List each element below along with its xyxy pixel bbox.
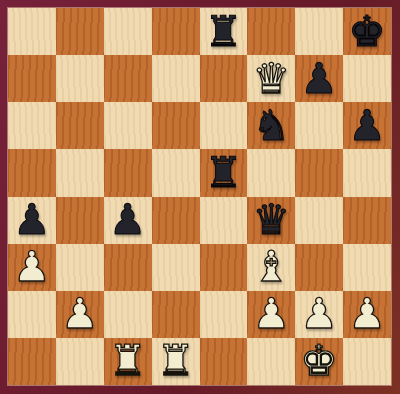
square-d4[interactable] [152, 197, 200, 244]
white-queen: ♛ [252, 58, 290, 100]
black-pawn: ♟ [300, 58, 338, 100]
square-b3[interactable] [56, 244, 104, 291]
black-king: ♚ [348, 11, 386, 53]
chess-board: ♜♚♛♟♞♟♜♟♟♛♟♝♟♟♟♟♜♜♚ [8, 8, 391, 385]
square-b8[interactable] [56, 8, 104, 55]
square-h7[interactable] [343, 55, 391, 102]
square-f5[interactable] [247, 149, 295, 196]
square-e3[interactable] [200, 244, 248, 291]
white-pawn: ♟ [300, 293, 338, 335]
square-g6[interactable] [295, 102, 343, 149]
square-f1[interactable] [247, 338, 295, 385]
square-f4[interactable]: ♛ [247, 197, 295, 244]
square-e6[interactable] [200, 102, 248, 149]
square-a5[interactable] [8, 149, 56, 196]
square-b6[interactable] [56, 102, 104, 149]
square-f8[interactable] [247, 8, 295, 55]
square-a1[interactable] [8, 338, 56, 385]
square-d7[interactable] [152, 55, 200, 102]
white-pawn: ♟ [61, 293, 99, 335]
square-a8[interactable] [8, 8, 56, 55]
square-g1[interactable]: ♚ [295, 338, 343, 385]
white-pawn: ♟ [348, 293, 386, 335]
square-c6[interactable] [104, 102, 152, 149]
square-h4[interactable] [343, 197, 391, 244]
square-c5[interactable] [104, 149, 152, 196]
square-c2[interactable] [104, 291, 152, 338]
square-c3[interactable] [104, 244, 152, 291]
white-bishop: ♝ [252, 246, 290, 288]
black-pawn: ♟ [109, 199, 147, 241]
white-rook: ♜ [109, 340, 147, 382]
square-c7[interactable] [104, 55, 152, 102]
square-f3[interactable]: ♝ [247, 244, 295, 291]
square-a6[interactable] [8, 102, 56, 149]
square-d8[interactable] [152, 8, 200, 55]
square-b5[interactable] [56, 149, 104, 196]
white-king: ♚ [300, 340, 338, 382]
square-h3[interactable] [343, 244, 391, 291]
square-g7[interactable]: ♟ [295, 55, 343, 102]
square-g4[interactable] [295, 197, 343, 244]
square-g5[interactable] [295, 149, 343, 196]
square-b2[interactable]: ♟ [56, 291, 104, 338]
square-d6[interactable] [152, 102, 200, 149]
board-frame: ♜♚♛♟♞♟♜♟♟♛♟♝♟♟♟♟♜♜♚ [0, 0, 400, 394]
black-rook: ♜ [205, 11, 243, 53]
square-e1[interactable] [200, 338, 248, 385]
square-g2[interactable]: ♟ [295, 291, 343, 338]
square-h8[interactable]: ♚ [343, 8, 391, 55]
black-knight: ♞ [252, 105, 290, 147]
square-h1[interactable] [343, 338, 391, 385]
square-c1[interactable]: ♜ [104, 338, 152, 385]
black-pawn: ♟ [348, 105, 386, 147]
square-a7[interactable] [8, 55, 56, 102]
square-c8[interactable] [104, 8, 152, 55]
square-g8[interactable] [295, 8, 343, 55]
square-a3[interactable]: ♟ [8, 244, 56, 291]
black-pawn: ♟ [13, 199, 51, 241]
square-e4[interactable] [200, 197, 248, 244]
square-f6[interactable]: ♞ [247, 102, 295, 149]
square-a2[interactable] [8, 291, 56, 338]
square-b1[interactable] [56, 338, 104, 385]
black-rook: ♜ [205, 152, 243, 194]
square-b7[interactable] [56, 55, 104, 102]
square-h5[interactable] [343, 149, 391, 196]
square-h2[interactable]: ♟ [343, 291, 391, 338]
square-e2[interactable] [200, 291, 248, 338]
square-e5[interactable]: ♜ [200, 149, 248, 196]
white-pawn: ♟ [252, 293, 290, 335]
square-c4[interactable]: ♟ [104, 197, 152, 244]
square-f2[interactable]: ♟ [247, 291, 295, 338]
square-e8[interactable]: ♜ [200, 8, 248, 55]
square-d2[interactable] [152, 291, 200, 338]
square-e7[interactable] [200, 55, 248, 102]
square-f7[interactable]: ♛ [247, 55, 295, 102]
square-h6[interactable]: ♟ [343, 102, 391, 149]
square-a4[interactable]: ♟ [8, 197, 56, 244]
black-queen: ♛ [252, 199, 290, 241]
square-d3[interactable] [152, 244, 200, 291]
white-pawn: ♟ [13, 246, 51, 288]
white-rook: ♜ [157, 340, 195, 382]
square-d5[interactable] [152, 149, 200, 196]
square-d1[interactable]: ♜ [152, 338, 200, 385]
square-g3[interactable] [295, 244, 343, 291]
square-b4[interactable] [56, 197, 104, 244]
